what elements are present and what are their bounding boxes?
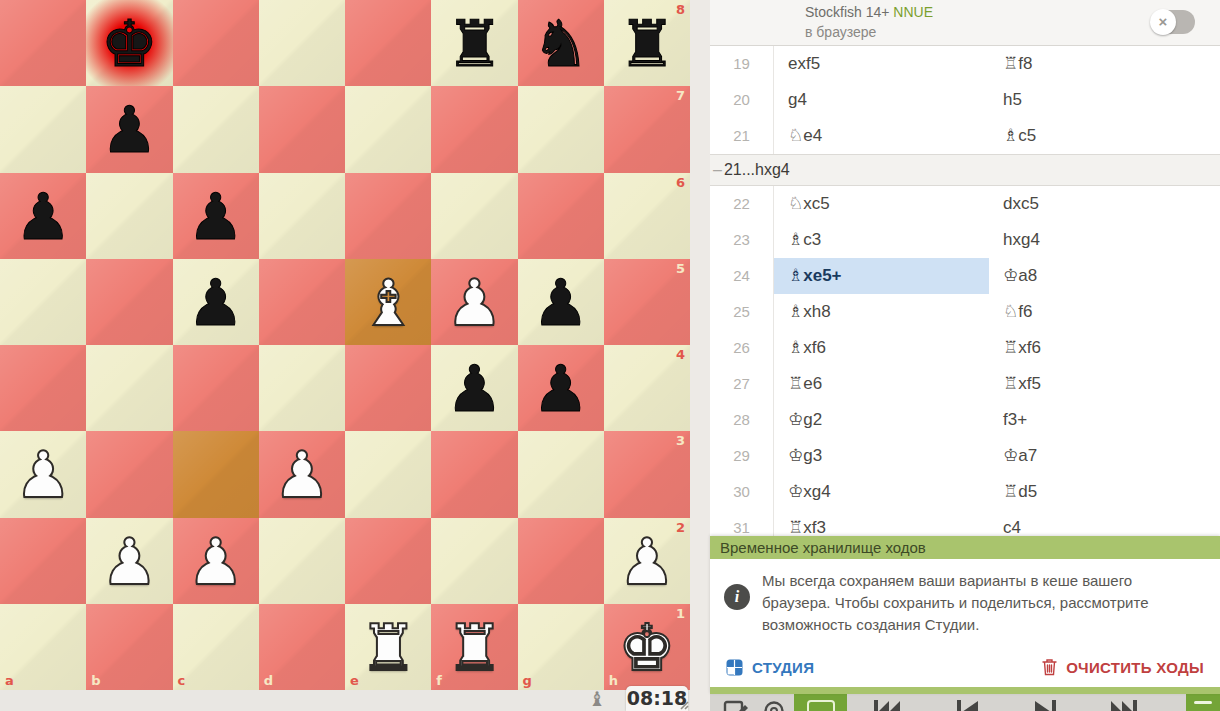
move-number: 24 — [710, 258, 774, 294]
square-c2[interactable]: ♟ — [173, 518, 259, 604]
move-row-30: 30♔xg4♖d5 — [710, 474, 1220, 510]
piece-black-pawn[interactable]: ♟ — [518, 259, 604, 345]
square-e2[interactable] — [345, 518, 431, 604]
square-c5[interactable]: ♟ — [173, 259, 259, 345]
white-move-24[interactable]: ♗xe5+ — [774, 258, 989, 294]
square-b1[interactable]: b — [86, 604, 172, 690]
square-f3[interactable] — [431, 431, 517, 517]
captured-bishop-icon: ♝ — [588, 688, 606, 710]
move-number: 22 — [710, 186, 774, 222]
move-number: 28 — [710, 402, 774, 438]
coord-rank-4: 4 — [676, 347, 685, 362]
square-a5[interactable] — [0, 259, 86, 345]
coord-file-d: d — [264, 673, 273, 688]
piece-black-pawn[interactable]: ♟ — [86, 86, 172, 172]
studio-icon — [726, 659, 743, 676]
coord-rank-2: 2 — [676, 520, 685, 535]
square-d1[interactable]: d — [259, 604, 345, 690]
board-glyph-icon — [807, 700, 835, 711]
engine-header: Stockfish 14+ NNUE в браузере × — [710, 0, 1220, 46]
move-row-21: 21♘e4♗c5 — [710, 118, 1220, 154]
square-h8[interactable]: ♜8 — [604, 0, 690, 86]
black-move-20[interactable]: h5 — [989, 82, 1220, 118]
clear-moves-button[interactable]: ОЧИСТИТЬ ХОДЫ — [1042, 658, 1204, 676]
move-row-25: 25♗xh8♘f6 — [710, 294, 1220, 330]
coord-rank-8: 8 — [676, 2, 685, 17]
square-a7[interactable] — [0, 86, 86, 172]
under-board-strip: ♝ 08:18 — [0, 690, 690, 711]
square-h5[interactable]: 5 — [604, 259, 690, 345]
engine-name-text: Stockfish 14+ — [805, 4, 889, 20]
chess-board[interactable]: ♚♜♞♜8♟7♟♟6♟♝♟♟5♟♟4♟♟3♟♟♟2abcd♜e♜fg♚h1 — [0, 0, 690, 690]
board-editor-icon[interactable] — [720, 694, 752, 711]
analysis-panel: Stockfish 14+ NNUE в браузере × 19exf5♖f… — [710, 0, 1220, 694]
trash-icon — [1042, 658, 1057, 676]
bottom-toolbar — [710, 694, 1220, 711]
white-move-20[interactable]: g4 — [774, 82, 989, 118]
piece-white-rook[interactable]: ♜ — [431, 604, 517, 690]
move-row-22: 22♘xc5dxc5 — [710, 186, 1220, 222]
white-move-21[interactable]: ♘e4 — [774, 118, 989, 154]
square-f1[interactable]: ♜f — [431, 604, 517, 690]
white-move-28[interactable]: ♔g2 — [774, 402, 989, 438]
piece-black-rook[interactable]: ♜ — [431, 0, 517, 86]
square-g8[interactable]: ♞ — [518, 0, 604, 86]
clear-moves-label: ОЧИСТИТЬ ХОДЫ — [1066, 659, 1204, 676]
next-move-icon[interactable] — [1032, 694, 1064, 711]
engine-subtitle: в браузере — [805, 24, 876, 40]
square-e7[interactable] — [345, 86, 431, 172]
square-g2[interactable] — [518, 518, 604, 604]
white-move-30[interactable]: ♔xg4 — [774, 474, 989, 510]
piece-black-pawn[interactable]: ♟ — [431, 345, 517, 431]
engine-toggle[interactable]: × — [1151, 10, 1195, 34]
square-g7[interactable] — [518, 86, 604, 172]
interrupt-move-text: 21...hxg4 — [724, 161, 790, 178]
move-row-24: 24♗xe5+♔a8 — [710, 258, 1220, 294]
square-f4[interactable]: ♟ — [431, 345, 517, 431]
move-row-19: 19exf5♖f8 — [710, 46, 1220, 82]
coord-rank-7: 7 — [676, 88, 685, 103]
square-f8[interactable]: ♜ — [431, 0, 517, 86]
toggle-knob-x-icon: × — [1150, 9, 1176, 35]
square-d6[interactable] — [259, 173, 345, 259]
square-e8[interactable] — [345, 0, 431, 86]
square-g6[interactable] — [518, 173, 604, 259]
white-move-25[interactable]: ♗xh8 — [774, 294, 989, 330]
black-move-24[interactable]: ♔a8 — [989, 258, 1220, 294]
square-h6[interactable]: 6 — [604, 173, 690, 259]
square-g4[interactable]: ♟ — [518, 345, 604, 431]
move-row-26: 26♗xf6♖xf6 — [710, 330, 1220, 366]
white-move-23[interactable]: ♗c3 — [774, 222, 989, 258]
white-move-26[interactable]: ♗xf6 — [774, 330, 989, 366]
square-d3[interactable]: ♟ — [259, 431, 345, 517]
black-move-28[interactable]: f3+ — [989, 402, 1220, 438]
white-move-19[interactable]: exf5 — [774, 46, 989, 82]
square-b2[interactable]: ♟ — [86, 518, 172, 604]
studio-label: СТУДИЯ — [752, 659, 814, 676]
board-resize-handle[interactable] — [677, 698, 689, 710]
move-number: 29 — [710, 438, 774, 474]
move-number: 30 — [710, 474, 774, 510]
square-a3[interactable]: ♟ — [0, 431, 86, 517]
interrupt-dash-icon: – — [710, 161, 724, 178]
move-row-23: 23♗c3hxg4 — [710, 222, 1220, 258]
square-d7[interactable] — [259, 86, 345, 172]
square-b8[interactable]: ♚ — [86, 0, 172, 86]
square-c6[interactable]: ♟ — [173, 173, 259, 259]
square-c8[interactable] — [173, 0, 259, 86]
coord-file-b: b — [91, 673, 100, 688]
engine-name: Stockfish 14+ NNUE — [805, 4, 933, 20]
move-number: 25 — [710, 294, 774, 330]
move-storage-box: Временное хранилище ходов i Мы всегда со… — [710, 536, 1220, 694]
move-number: 21 — [710, 118, 774, 154]
square-c4[interactable] — [173, 345, 259, 431]
piece-black-pawn[interactable]: ♟ — [518, 345, 604, 431]
coord-rank-6: 6 — [676, 175, 685, 190]
square-f2[interactable] — [431, 518, 517, 604]
move-row-20: 20g4h5 — [710, 82, 1220, 118]
first-move-icon[interactable] — [873, 694, 909, 711]
square-e4[interactable] — [345, 345, 431, 431]
move-row-29: 29♔g3♔a7 — [710, 438, 1220, 474]
square-c1[interactable]: c — [173, 604, 259, 690]
square-h4[interactable]: 4 — [604, 345, 690, 431]
piece-black-pawn[interactable]: ♟ — [0, 173, 86, 259]
piece-white-pawn[interactable]: ♟ — [259, 431, 345, 517]
coord-rank-5: 5 — [676, 261, 685, 276]
move-row-28: 28♔g2f3+ — [710, 402, 1220, 438]
square-h1[interactable]: ♚h1 — [604, 604, 690, 690]
square-c7[interactable] — [173, 86, 259, 172]
black-move-27[interactable]: ♖xf5 — [989, 366, 1220, 402]
square-d4[interactable] — [259, 345, 345, 431]
square-e3[interactable] — [345, 431, 431, 517]
square-g5[interactable]: ♟ — [518, 259, 604, 345]
black-move-26[interactable]: ♖xf6 — [989, 330, 1220, 366]
square-f5[interactable]: ♟ — [431, 259, 517, 345]
square-e1[interactable]: ♜e — [345, 604, 431, 690]
coord-file-h: h — [609, 673, 618, 688]
black-move-21[interactable]: ♗c5 — [989, 118, 1220, 154]
move-number: 23 — [710, 222, 774, 258]
square-e6[interactable] — [345, 173, 431, 259]
move-number: 26 — [710, 330, 774, 366]
coord-file-e: e — [350, 673, 359, 688]
piece-white-pawn[interactable]: ♟ — [0, 431, 86, 517]
coord-file-a: a — [5, 673, 14, 688]
square-b5[interactable] — [86, 259, 172, 345]
piece-white-pawn[interactable]: ♟ — [86, 518, 172, 604]
white-move-27[interactable]: ♖e6 — [774, 366, 989, 402]
coord-file-c: c — [178, 673, 186, 688]
piece-black-pawn[interactable]: ♟ — [173, 259, 259, 345]
square-c3[interactable] — [173, 431, 259, 517]
square-h3[interactable]: 3 — [604, 431, 690, 517]
square-a1[interactable]: a — [0, 604, 86, 690]
white-move-29[interactable]: ♔g3 — [774, 438, 989, 474]
board-area: ♚♜♞♜8♟7♟♟6♟♝♟♟5♟♟4♟♟3♟♟♟2abcd♜e♜fg♚h1 ♝ … — [0, 0, 690, 711]
black-move-25[interactable]: ♘f6 — [989, 294, 1220, 330]
black-move-22[interactable]: dxc5 — [989, 186, 1220, 222]
black-move-30[interactable]: ♖d5 — [989, 474, 1220, 510]
prev-move-icon[interactable] — [955, 694, 987, 711]
square-h2[interactable]: ♟2 — [604, 518, 690, 604]
engine-nnue-badge: NNUE — [893, 4, 933, 20]
square-a4[interactable] — [0, 345, 86, 431]
square-a8[interactable] — [0, 0, 86, 86]
storage-title: Временное хранилище ходов — [710, 536, 1220, 559]
square-f7[interactable] — [431, 86, 517, 172]
square-d8[interactable] — [259, 0, 345, 86]
square-e5[interactable]: ♝ — [345, 259, 431, 345]
square-g3[interactable] — [518, 431, 604, 517]
square-d5[interactable] — [259, 259, 345, 345]
piece-black-king[interactable]: ♚ — [86, 0, 172, 86]
studio-button[interactable]: СТУДИЯ — [726, 659, 814, 676]
square-f6[interactable] — [431, 173, 517, 259]
storage-body: i Мы всегда сохраняем ваши варианты в ке… — [710, 559, 1220, 687]
move-number: 20 — [710, 82, 774, 118]
square-b7[interactable]: ♟ — [86, 86, 172, 172]
piece-white-pawn[interactable]: ♟ — [173, 518, 259, 604]
coord-file-f: f — [436, 673, 442, 688]
square-a2[interactable] — [0, 518, 86, 604]
coord-rank-3: 3 — [676, 433, 685, 448]
square-h7[interactable]: 7 — [604, 86, 690, 172]
black-move-29[interactable]: ♔a7 — [989, 438, 1220, 474]
move-number: 19 — [710, 46, 774, 82]
move-list: 19exf5♖f820g4h521♘e4♗c5–21...hxg422♘xc5d… — [710, 46, 1220, 546]
target-icon[interactable] — [758, 694, 790, 711]
piece-white-bishop[interactable]: ♝ — [345, 259, 431, 345]
coord-rank-1: 1 — [676, 606, 685, 621]
white-move-22[interactable]: ♘xc5 — [774, 186, 989, 222]
active-board-button[interactable] — [794, 694, 847, 711]
piece-black-pawn[interactable]: ♟ — [173, 173, 259, 259]
piece-white-pawn[interactable]: ♟ — [431, 259, 517, 345]
coord-file-g: g — [523, 673, 532, 688]
piece-black-knight[interactable]: ♞ — [518, 0, 604, 86]
move-row-27: 27♖e6♖xf5 — [710, 366, 1220, 402]
square-d2[interactable] — [259, 518, 345, 604]
square-a6[interactable]: ♟ — [0, 173, 86, 259]
move-number: 27 — [710, 366, 774, 402]
last-move-icon[interactable] — [1108, 694, 1144, 711]
square-g1[interactable]: g — [518, 604, 604, 690]
storage-info-text: Мы всегда сохраняем ваши варианты в кеше… — [762, 570, 1204, 635]
square-b3[interactable] — [86, 431, 172, 517]
black-move-23[interactable]: hxg4 — [989, 222, 1220, 258]
info-icon: i — [724, 584, 750, 610]
square-b4[interactable] — [86, 345, 172, 431]
black-move-19[interactable]: ♖f8 — [989, 46, 1220, 82]
menu-icon[interactable] — [1186, 694, 1220, 711]
variation-interrupt[interactable]: –21...hxg4 — [710, 154, 1220, 186]
square-b6[interactable] — [86, 173, 172, 259]
